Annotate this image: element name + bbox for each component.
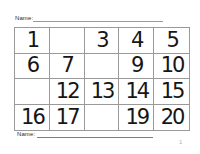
cell-r3c5: 15 <box>154 79 189 105</box>
cell-r4c1: 16 <box>15 105 50 131</box>
cell-r4c5: 20 <box>154 105 189 131</box>
cell-value: 17 <box>55 107 79 128</box>
cell-r3c1-blank[interactable] <box>15 79 50 105</box>
cell-value: 9 <box>130 55 142 76</box>
cell-r3c3: 13 <box>85 79 120 105</box>
cell-r1c3: 3 <box>85 28 120 54</box>
cell-r2c1: 6 <box>15 54 50 80</box>
cell-value: 10 <box>160 55 184 76</box>
cell-r3c2: 12 <box>50 79 85 105</box>
cell-r4c2: 17 <box>50 105 85 131</box>
name-label-bottom: Name: <box>17 131 35 138</box>
cell-r4c4: 19 <box>119 105 154 131</box>
name-label-top: Name: <box>15 15 33 22</box>
cell-r4c3-blank[interactable] <box>85 105 120 131</box>
name-field-line-top[interactable] <box>33 14 163 22</box>
cell-value: 7 <box>61 55 73 76</box>
page-number: 1 <box>179 139 182 145</box>
cell-r2c4: 9 <box>119 54 154 80</box>
cell-value: 16 <box>20 107 44 128</box>
cell-r3c4: 14 <box>119 79 154 105</box>
cell-r1c2-blank[interactable] <box>50 28 85 54</box>
cell-value: 5 <box>165 30 177 51</box>
cell-r2c3-blank[interactable] <box>85 54 120 80</box>
cell-value: 1 <box>26 30 38 51</box>
cell-r1c5: 5 <box>154 28 189 54</box>
worksheet-page: Name: 1 3 4 5 6 7 9 10 12 13 14 15 16 17… <box>0 0 200 154</box>
cell-r2c2: 7 <box>50 54 85 80</box>
cell-value: 19 <box>124 107 148 128</box>
cell-value: 14 <box>124 81 148 102</box>
cell-value: 13 <box>90 81 114 102</box>
cell-r2c5: 10 <box>154 54 189 80</box>
cell-value: 15 <box>160 81 184 102</box>
cell-value: 6 <box>26 55 38 76</box>
cell-value: 20 <box>160 107 184 128</box>
cell-value: 4 <box>130 30 142 51</box>
number-grid: 1 3 4 5 6 7 9 10 12 13 14 15 16 17 19 20 <box>14 27 190 131</box>
cell-r1c1: 1 <box>15 28 50 54</box>
cell-value: 3 <box>95 30 107 51</box>
cell-r1c4: 4 <box>119 28 154 54</box>
cell-value: 12 <box>55 81 79 102</box>
name-field-line-bottom[interactable] <box>37 130 153 138</box>
